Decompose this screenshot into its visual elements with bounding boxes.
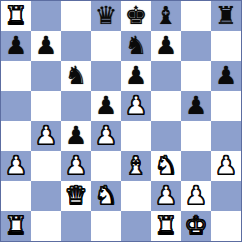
white-queen[interactable]: ♛ bbox=[65, 181, 87, 211]
square-d2[interactable]: ♞ bbox=[91, 181, 121, 211]
white-pawn[interactable]: ♟ bbox=[215, 151, 237, 181]
square-c7[interactable] bbox=[61, 31, 91, 61]
square-a3[interactable]: ♟ bbox=[1, 151, 31, 181]
black-pawn[interactable]: ♟ bbox=[5, 31, 27, 61]
square-e7[interactable]: ♞ bbox=[121, 31, 151, 61]
black-pawn[interactable]: ♟ bbox=[185, 91, 207, 121]
black-knight[interactable]: ♞ bbox=[65, 61, 87, 91]
square-b6[interactable] bbox=[31, 61, 61, 91]
square-c1[interactable] bbox=[61, 211, 91, 241]
square-f8[interactable]: ♝ bbox=[151, 1, 181, 31]
white-bishop[interactable]: ♝ bbox=[125, 151, 147, 181]
square-h5[interactable] bbox=[211, 91, 241, 121]
square-a5[interactable] bbox=[1, 91, 31, 121]
black-queen[interactable]: ♛ bbox=[95, 1, 117, 31]
square-b7[interactable]: ♟ bbox=[31, 31, 61, 61]
square-a4[interactable] bbox=[1, 121, 31, 151]
square-e5[interactable]: ♟ bbox=[121, 91, 151, 121]
white-rook[interactable]: ♜ bbox=[5, 1, 27, 31]
square-b5[interactable] bbox=[31, 91, 61, 121]
square-e4[interactable] bbox=[121, 121, 151, 151]
square-g1[interactable]: ♚ bbox=[181, 211, 211, 241]
chess-board: ♜♛♚♝♜♟♟♞♟♞♟♟♟♟♟♟♟♟♟♟♝♞♟♛♞♟♟♜♜♚ bbox=[0, 0, 242, 242]
square-g5[interactable]: ♟ bbox=[181, 91, 211, 121]
black-knight[interactable]: ♞ bbox=[125, 31, 147, 61]
white-pawn[interactable]: ♟ bbox=[185, 181, 207, 211]
black-bishop[interactable]: ♝ bbox=[155, 1, 177, 31]
square-a7[interactable]: ♟ bbox=[1, 31, 31, 61]
white-pawn[interactable]: ♟ bbox=[65, 151, 87, 181]
square-d7[interactable] bbox=[91, 31, 121, 61]
square-e3[interactable]: ♝ bbox=[121, 151, 151, 181]
square-g3[interactable] bbox=[181, 151, 211, 181]
square-g7[interactable] bbox=[181, 31, 211, 61]
black-pawn[interactable]: ♟ bbox=[35, 31, 57, 61]
square-d4[interactable]: ♟ bbox=[91, 121, 121, 151]
square-c8[interactable] bbox=[61, 1, 91, 31]
square-d5[interactable]: ♟ bbox=[91, 91, 121, 121]
white-pawn[interactable]: ♟ bbox=[5, 151, 27, 181]
square-f3[interactable]: ♞ bbox=[151, 151, 181, 181]
square-b1[interactable] bbox=[31, 211, 61, 241]
white-rook[interactable]: ♜ bbox=[5, 211, 27, 241]
white-pawn[interactable]: ♟ bbox=[35, 121, 57, 151]
square-h2[interactable] bbox=[211, 181, 241, 211]
square-g4[interactable] bbox=[181, 121, 211, 151]
square-h7[interactable] bbox=[211, 31, 241, 61]
square-f2[interactable]: ♟ bbox=[151, 181, 181, 211]
square-f7[interactable]: ♟ bbox=[151, 31, 181, 61]
square-a8[interactable]: ♜ bbox=[1, 1, 31, 31]
white-pawn[interactable]: ♟ bbox=[95, 121, 117, 151]
square-a2[interactable] bbox=[1, 181, 31, 211]
square-a1[interactable]: ♜ bbox=[1, 211, 31, 241]
square-f4[interactable] bbox=[151, 121, 181, 151]
square-c6[interactable]: ♞ bbox=[61, 61, 91, 91]
square-b4[interactable]: ♟ bbox=[31, 121, 61, 151]
square-f5[interactable] bbox=[151, 91, 181, 121]
black-king[interactable]: ♚ bbox=[125, 1, 147, 31]
square-d1[interactable] bbox=[91, 211, 121, 241]
black-pawn[interactable]: ♟ bbox=[155, 31, 177, 61]
black-pawn[interactable]: ♟ bbox=[95, 91, 117, 121]
square-d8[interactable]: ♛ bbox=[91, 1, 121, 31]
square-b3[interactable] bbox=[31, 151, 61, 181]
black-rook[interactable]: ♜ bbox=[215, 1, 237, 31]
square-e6[interactable]: ♟ bbox=[121, 61, 151, 91]
square-h4[interactable] bbox=[211, 121, 241, 151]
black-pawn[interactable]: ♟ bbox=[125, 61, 147, 91]
white-pawn[interactable]: ♟ bbox=[155, 181, 177, 211]
white-knight[interactable]: ♞ bbox=[155, 151, 177, 181]
square-g8[interactable] bbox=[181, 1, 211, 31]
square-e1[interactable] bbox=[121, 211, 151, 241]
square-d3[interactable] bbox=[91, 151, 121, 181]
square-b8[interactable] bbox=[31, 1, 61, 31]
square-g2[interactable]: ♟ bbox=[181, 181, 211, 211]
square-a6[interactable] bbox=[1, 61, 31, 91]
square-c3[interactable]: ♟ bbox=[61, 151, 91, 181]
square-e2[interactable] bbox=[121, 181, 151, 211]
square-f6[interactable] bbox=[151, 61, 181, 91]
square-b2[interactable] bbox=[31, 181, 61, 211]
square-c4[interactable]: ♟ bbox=[61, 121, 91, 151]
white-pawn[interactable]: ♟ bbox=[125, 91, 147, 121]
square-g6[interactable] bbox=[181, 61, 211, 91]
square-h8[interactable]: ♜ bbox=[211, 1, 241, 31]
square-f1[interactable]: ♜ bbox=[151, 211, 181, 241]
square-e8[interactable]: ♚ bbox=[121, 1, 151, 31]
white-rook[interactable]: ♜ bbox=[155, 211, 177, 241]
black-pawn[interactable]: ♟ bbox=[215, 61, 237, 91]
square-h1[interactable] bbox=[211, 211, 241, 241]
black-pawn[interactable]: ♟ bbox=[65, 121, 87, 151]
square-h3[interactable]: ♟ bbox=[211, 151, 241, 181]
square-d6[interactable] bbox=[91, 61, 121, 91]
white-king[interactable]: ♚ bbox=[185, 211, 207, 241]
square-c5[interactable] bbox=[61, 91, 91, 121]
white-knight[interactable]: ♞ bbox=[95, 181, 117, 211]
square-c2[interactable]: ♛ bbox=[61, 181, 91, 211]
square-h6[interactable]: ♟ bbox=[211, 61, 241, 91]
